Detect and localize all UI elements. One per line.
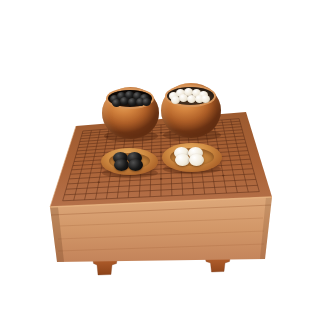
white-dish-stones (162, 143, 222, 172)
black-dish-stones (101, 148, 158, 175)
star-point (222, 175, 224, 177)
black-bowl-opening (108, 90, 152, 107)
star-point (160, 178, 162, 180)
dish-stone-black (128, 159, 143, 171)
white-stone-dish (162, 143, 222, 172)
white-bowl-opening (167, 87, 214, 105)
white-stone-bowl (161, 83, 221, 138)
go-table-scene (0, 0, 320, 320)
bowl-stone-white (201, 95, 210, 103)
black-stone-dish (101, 148, 158, 175)
star-point (160, 132, 162, 134)
goban-svg (0, 0, 320, 320)
bowl-stone-black (142, 98, 151, 106)
dish-stone-black (114, 159, 129, 171)
star-point (98, 181, 100, 183)
black-stone-bowl (102, 87, 159, 139)
dish-stone-white (189, 154, 204, 166)
dish-stone-white (175, 154, 190, 166)
